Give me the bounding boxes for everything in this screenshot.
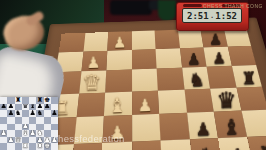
board-cell: ♜ — [231, 65, 261, 87]
diagram-black-p: ♟ — [37, 104, 43, 111]
diagram-cell — [15, 124, 22, 131]
diagram-white-p: ♟ — [29, 130, 35, 137]
board-cell — [159, 113, 189, 140]
diagram-cell — [44, 130, 51, 137]
diagram-white-r: ♜ — [37, 143, 43, 150]
diagram-cell — [22, 137, 29, 144]
board-cell — [105, 69, 131, 92]
black-r-piece: ♜ — [258, 144, 266, 150]
diagram-white-q: ♛ — [15, 137, 21, 144]
diagram-cell — [7, 130, 14, 137]
board-cell: ♟ — [203, 46, 231, 66]
diagram-cell — [22, 110, 29, 117]
diagram-black-q: ♛ — [22, 104, 28, 111]
board-cell — [156, 48, 182, 69]
diagram-white-p: ♟ — [0, 130, 6, 137]
black-q-piece: ♛ — [217, 89, 238, 112]
black-n-piece: ♞ — [197, 145, 216, 150]
board-cell — [106, 50, 131, 71]
black-r-piece: ♜ — [241, 70, 257, 88]
diagram-black-p: ♟ — [8, 104, 14, 111]
clock-right-time: 1:52 — [215, 11, 237, 21]
diagram-cell: ♜ — [36, 97, 43, 104]
diagram-cell — [22, 117, 29, 124]
diagram-cell — [29, 143, 36, 150]
board-cell: ♞ — [189, 138, 222, 150]
diagram-cell — [7, 97, 14, 104]
photo-board: ♟♟♟♟♟♛♞♜♜♝♟♛♟♟♝♜♟♞♞♟♜♚♟♟♚♟♟ — [29, 28, 266, 150]
diagram-cell: ♟ — [44, 137, 51, 144]
diagram-cell: ♚ — [44, 143, 51, 150]
diagram-black-p: ♟ — [29, 110, 35, 117]
diagram-cell — [0, 110, 7, 117]
board-cell — [132, 114, 161, 141]
black-p-piece: ♟ — [208, 32, 222, 47]
board-cell: ♟ — [186, 112, 217, 139]
diagram-white-r: ♜ — [22, 143, 28, 150]
board-cell: ♞ — [182, 67, 210, 89]
video-frame: ♟♟♟♟♟♛♞♜♜♝♟♛♟♟♝♜♟♞♞♟♜♚♟♟♚♟♟ 2:51 . 1:52 … — [0, 0, 266, 150]
diagram-black-p: ♟ — [44, 104, 50, 111]
diagram-cell: ♟ — [7, 104, 14, 111]
white-q-piece: ♛ — [82, 71, 102, 93]
diagram-white-k: ♚ — [44, 143, 50, 150]
diagram-cell — [7, 117, 14, 124]
diagram-white-p: ♟ — [8, 137, 14, 144]
board-cell — [131, 69, 157, 92]
position-diagram: ♜♜♚♟♟♛♝♟♟♟♞♟♞♟♟♟♝♟♞♟♛♟♟♟♜♜♚ — [0, 97, 58, 150]
diagram-cell — [51, 97, 58, 104]
black-n-piece: ♞ — [188, 70, 205, 89]
diagram-cell: ♟ — [29, 130, 36, 137]
diagram-cell — [29, 124, 36, 131]
black-p-piece: ♟ — [195, 120, 211, 138]
diagram-cell: ♞ — [36, 110, 43, 117]
clock-lcd: 2:51 . 1:52 — [182, 8, 242, 23]
board-cell — [131, 49, 156, 70]
diagram-cell: ♟ — [7, 110, 14, 117]
diagram-cell: ♞ — [36, 130, 43, 137]
diagram-cell — [0, 117, 7, 124]
clock-divider: . — [210, 12, 214, 20]
board-cell — [158, 89, 187, 114]
diagram-cell — [29, 117, 36, 124]
diagram-cell: ♟ — [36, 137, 43, 144]
board-cell — [131, 31, 155, 50]
diagram-white-b: ♝ — [22, 130, 28, 137]
board-cell: ♟ — [132, 90, 160, 115]
board-cell — [59, 33, 85, 52]
diagram-cell: ♚ — [44, 97, 51, 104]
board-cell — [184, 88, 214, 113]
board-cell — [227, 45, 256, 65]
white-p-piece: ♟ — [112, 35, 126, 50]
diagram-black-p: ♟ — [8, 110, 14, 117]
diagram-black-b: ♝ — [29, 104, 35, 111]
diagram-cell — [29, 137, 36, 144]
diagram-cell — [15, 104, 22, 111]
board-cell: ♟ — [81, 50, 107, 71]
board-cell: ♛ — [79, 70, 107, 93]
diagram-cell: ♟ — [0, 104, 7, 111]
board-cell — [157, 68, 184, 91]
diagram-cell: ♟ — [44, 104, 51, 111]
board-cell: ♟ — [107, 31, 131, 50]
black-p-piece: ♟ — [212, 51, 226, 67]
channel-watermark: CHESS THANH CONG — [203, 3, 263, 9]
diagram-black-r: ♜ — [37, 97, 43, 104]
board-cell — [178, 29, 204, 48]
black-p-piece: ♟ — [187, 52, 201, 68]
white-b-piece: ♝ — [108, 95, 127, 116]
diagram-cell: ♟ — [22, 124, 29, 131]
diagram-cell: ♜ — [36, 143, 43, 150]
board-cell — [241, 110, 266, 137]
board-cell — [155, 30, 180, 49]
clock-left-time: 2:51 — [187, 11, 209, 21]
board-cell — [76, 92, 105, 117]
black-p-piece: ♟ — [229, 147, 246, 150]
diagram-black-n: ♞ — [37, 110, 43, 117]
diagram-cell — [51, 124, 58, 131]
diagram-cell — [15, 130, 22, 137]
diagram-cell — [0, 97, 7, 104]
diagram-cell: ♟ — [7, 137, 14, 144]
diagram-black-n: ♞ — [15, 110, 21, 117]
diagram-cell — [51, 143, 58, 150]
diagram-cell — [15, 143, 22, 150]
diagram-cell: ♜ — [15, 97, 22, 104]
diagram-cell — [15, 117, 22, 124]
diagram-white-p: ♟ — [22, 124, 28, 131]
diagram-cell — [29, 97, 36, 104]
diagram-cell — [51, 104, 58, 111]
board-cell: ♝ — [104, 91, 132, 116]
diagram-cell: ♟ — [51, 110, 58, 117]
diagram-cell: ♝ — [22, 130, 29, 137]
diagram-black-p: ♟ — [0, 104, 6, 111]
board-cell — [160, 139, 192, 150]
diagram-cell — [36, 117, 43, 124]
board-cell: ♜ — [246, 135, 266, 150]
diagram-cell — [0, 124, 7, 131]
diagram-cell — [44, 124, 51, 131]
diagram-cell — [22, 97, 29, 104]
diagram-black-k: ♚ — [44, 97, 50, 104]
diagram-cell: ♜ — [22, 143, 29, 150]
board-cell: ♟ — [201, 28, 228, 47]
diagram-cell: ♟ — [0, 130, 7, 137]
black-b-piece: ♝ — [222, 116, 241, 138]
board-cell — [83, 32, 108, 51]
board-cell — [132, 140, 162, 150]
diagram-cell — [0, 137, 7, 144]
broadcast-watermark: chessfederation — [53, 133, 125, 144]
diagram-black-r: ♜ — [15, 97, 21, 104]
board-cell: ♟ — [180, 47, 207, 68]
diagram-cell: ♛ — [15, 137, 22, 144]
diagram-cell — [7, 143, 14, 150]
diagram-cell — [44, 110, 51, 117]
diagram-black-p: ♟ — [51, 110, 57, 117]
white-n-piece: ♞ — [106, 149, 126, 150]
diagram-white-p: ♟ — [44, 137, 50, 144]
diagram-cell: ♟ — [29, 110, 36, 117]
board-cell: ♛ — [210, 87, 241, 111]
board-cell — [236, 86, 266, 110]
diagram-cell — [44, 117, 51, 124]
diagram-cell: ♛ — [22, 104, 29, 111]
diagram-cell — [51, 117, 58, 124]
diagram-cell: ♟ — [36, 104, 43, 111]
diagram-cell — [0, 143, 7, 150]
white-p-piece: ♟ — [137, 97, 153, 114]
diagram-cell — [7, 124, 14, 131]
diagram-cell: ♝ — [29, 104, 36, 111]
diagram-cell: ♞ — [15, 110, 22, 117]
diagram-white-p: ♟ — [37, 137, 43, 144]
diagram-cell — [36, 124, 43, 131]
diagram-white-n: ♞ — [37, 130, 43, 137]
